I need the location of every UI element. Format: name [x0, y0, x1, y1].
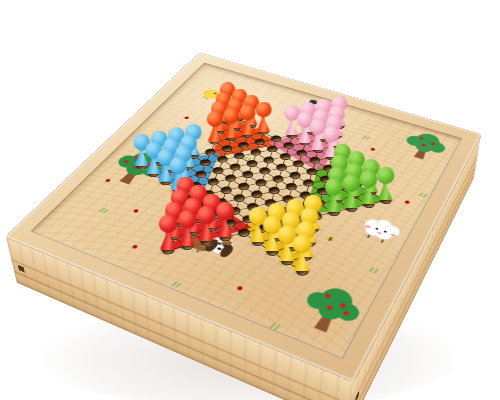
peg-green[interactable]: [323, 178, 344, 213]
peg-head: [223, 107, 239, 123]
grass-icon: [266, 315, 287, 335]
product-photo: [0, 0, 500, 400]
apple-tree-front-icon: [287, 274, 376, 344]
peg-head: [158, 214, 177, 233]
peg-head: [206, 111, 222, 127]
peg-head: [324, 178, 342, 196]
peg-red[interactable]: [157, 214, 179, 251]
peg-orange[interactable]: [238, 104, 257, 136]
peg-head: [255, 101, 271, 117]
peg-red[interactable]: [176, 210, 198, 247]
apple-tree-right-icon: [394, 125, 455, 165]
peg-head: [239, 104, 255, 120]
peg-head: [342, 174, 360, 192]
peg-head: [197, 206, 215, 224]
star-board: [109, 88, 437, 312]
peg-head: [178, 210, 196, 228]
peg-orange[interactable]: [205, 111, 224, 143]
peg-head: [359, 170, 377, 188]
joint-hole: [355, 391, 359, 400]
flower-icon: [370, 147, 376, 151]
peg-orange[interactable]: [254, 101, 273, 133]
peg-red[interactable]: [195, 206, 217, 243]
peg-head: [292, 234, 311, 253]
grass-icon: [96, 201, 116, 216]
peg-red[interactable]: [214, 202, 236, 239]
grass-icon: [416, 186, 432, 201]
joint-hole: [18, 265, 25, 273]
peg-head: [323, 125, 339, 141]
grass-icon: [366, 260, 384, 278]
peg-head: [169, 157, 186, 174]
peg-yellow[interactable]: [290, 234, 312, 272]
flower-icon: [131, 244, 139, 249]
peg-head: [216, 202, 234, 220]
peg-orange[interactable]: [221, 107, 240, 139]
peg-head: [376, 167, 393, 184]
